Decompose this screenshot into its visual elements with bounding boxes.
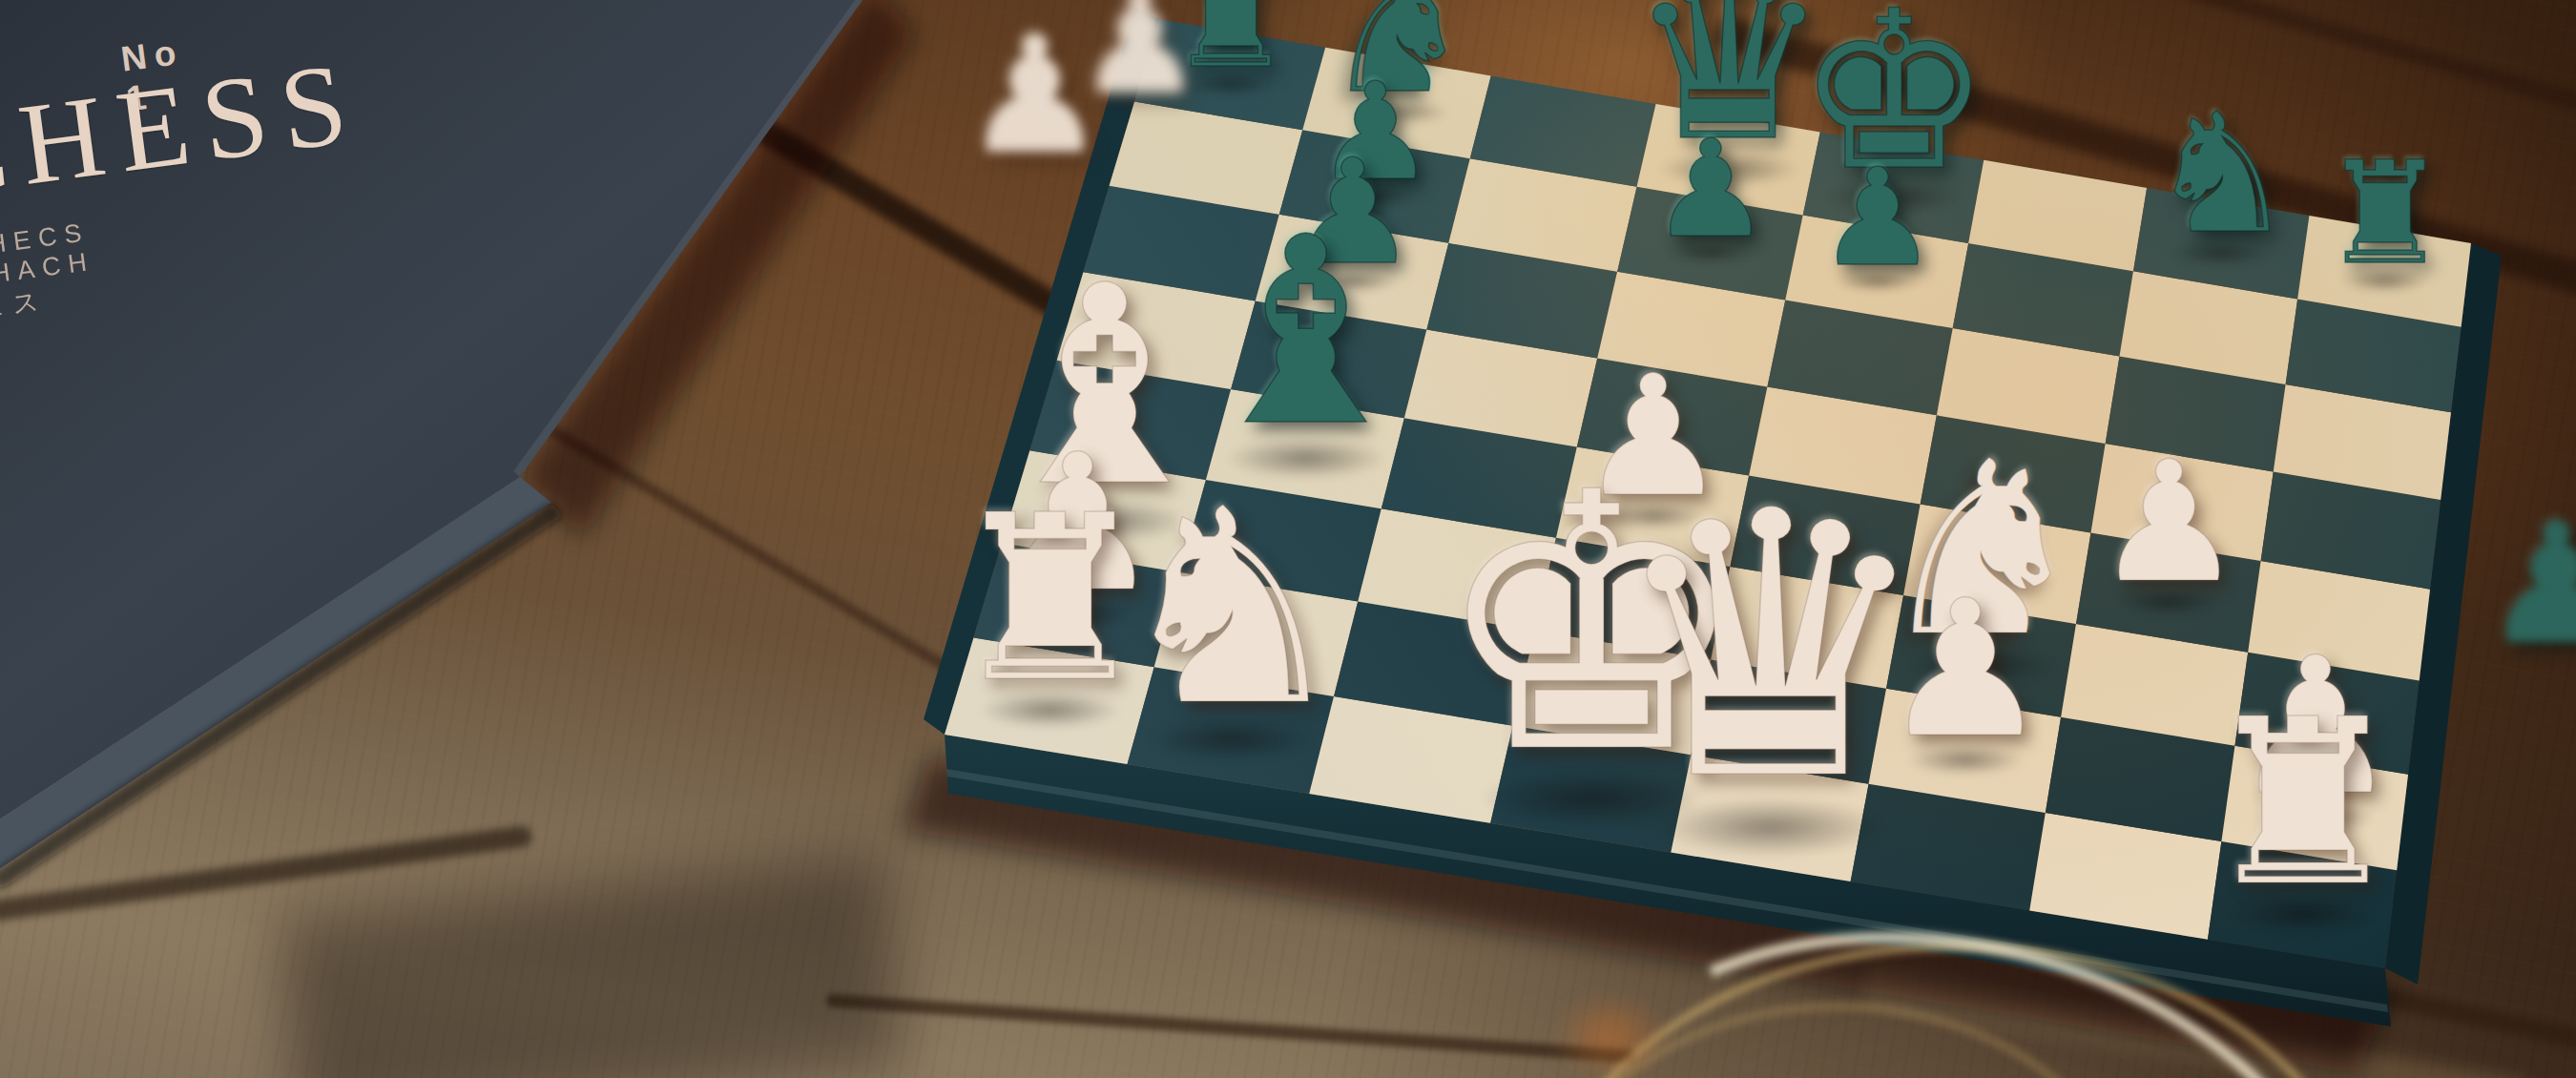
piece-white-queen-e1[interactable]: ♛ xyxy=(1607,465,1935,831)
piece-white-knight-b1[interactable]: ♞ xyxy=(1111,474,1352,743)
piece-green-knight-g8[interactable]: ♞ xyxy=(2148,92,2296,257)
captured-green-pawn[interactable]: ♟ xyxy=(2483,501,2576,668)
piece-green-rook-h8[interactable]: ♜ xyxy=(2321,143,2448,284)
piece-white-rook-h1[interactable]: ♜ xyxy=(2200,689,2405,918)
piece-green-rook-a8[interactable]: ♜ xyxy=(1167,0,1294,88)
piece-white-pawn-g4[interactable]: ♟ xyxy=(2094,439,2244,606)
photo-scene: No 1 CHESS ÉCHECS SCHACH チェス ♜♜♞♞♚♚♛♛♜♜♟… xyxy=(0,0,2576,1078)
piece-green-pawn-d7[interactable]: ♟ xyxy=(1651,122,1771,257)
piece-green-pawn-e7[interactable]: ♟ xyxy=(1818,151,1938,285)
